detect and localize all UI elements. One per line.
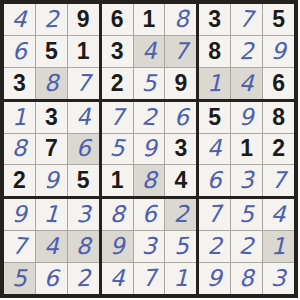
cell-r1c2[interactable]: 2	[36, 4, 67, 35]
cell-r6c5[interactable]: 8	[134, 165, 165, 196]
cell-r3c8[interactable]: 4	[231, 68, 262, 99]
cell-r7c6[interactable]: 2	[165, 199, 196, 230]
cell-r4c3[interactable]: 4	[68, 102, 99, 133]
cell-r9c9[interactable]: 3	[263, 263, 294, 294]
cell-r5c5[interactable]: 9	[134, 134, 165, 165]
cell-r1c9[interactable]: 5	[263, 4, 294, 35]
handwritten-digit: 7	[76, 72, 91, 95]
cell-r9c5[interactable]: 7	[134, 263, 165, 294]
cell-r3c5[interactable]: 5	[134, 68, 165, 99]
cell-r2c3[interactable]: 1	[68, 36, 99, 67]
cell-r2c1[interactable]: 6	[4, 36, 35, 67]
handwritten-digit: 6	[207, 169, 222, 192]
given-digit: 2	[272, 137, 285, 160]
handwritten-digit: 9	[44, 169, 59, 192]
box-5: 726593184	[102, 102, 197, 197]
handwritten-digit: 8	[173, 8, 189, 32]
cell-r2c2[interactable]: 5	[36, 36, 67, 67]
handwritten-digit: 4	[44, 235, 59, 258]
cell-r1c1[interactable]: 4	[4, 4, 35, 35]
cell-r1c4[interactable]: 6	[102, 4, 133, 35]
cell-r3c4[interactable]: 2	[102, 68, 133, 99]
cell-r4c8[interactable]: 9	[231, 102, 262, 133]
handwritten-digit: 8	[75, 235, 90, 258]
handwritten-digit: 7	[110, 106, 125, 129]
cell-r1c5[interactable]: 1	[134, 4, 165, 35]
cell-r4c1[interactable]: 1	[4, 102, 35, 133]
handwritten-digit: 7	[141, 267, 157, 291]
handwritten-digit: 6	[141, 203, 156, 226]
cell-r8c7[interactable]: 2	[199, 231, 230, 262]
cell-r7c3[interactable]: 3	[68, 199, 99, 230]
given-digit: 1	[111, 169, 124, 192]
handwritten-digit: 8	[44, 71, 59, 94]
cell-r5c9[interactable]: 2	[263, 134, 294, 165]
handwritten-digit: 5	[173, 235, 189, 259]
handwritten-digit: 2	[75, 267, 90, 290]
box-2: 618347259	[102, 4, 197, 99]
handwritten-digit: 5	[142, 72, 157, 95]
handwritten-digit: 1	[207, 72, 222, 95]
sudoku-board: 4296513876183472593758291461348762957265…	[0, 0, 298, 298]
handwritten-digit: 9	[109, 235, 124, 258]
cell-r4c6[interactable]: 6	[165, 102, 196, 133]
cell-r8c2[interactable]: 4	[36, 231, 67, 262]
handwritten-digit: 5	[239, 203, 254, 226]
cell-r8c3[interactable]: 8	[68, 231, 99, 262]
handwritten-digit: 7	[174, 40, 189, 63]
handwritten-digit: 7	[12, 235, 28, 259]
handwritten-digit: 2	[207, 235, 222, 258]
handwritten-digit: 1	[271, 235, 286, 258]
cell-r7c2[interactable]: 1	[36, 199, 67, 230]
cell-r1c6[interactable]: 8	[165, 4, 196, 35]
box-7: 913748562	[4, 199, 99, 294]
cell-r2c4[interactable]: 3	[102, 36, 133, 67]
cell-r2c6[interactable]: 7	[165, 36, 196, 67]
cell-r6c7[interactable]: 6	[199, 165, 230, 196]
cell-r6c1[interactable]: 2	[4, 165, 35, 196]
cell-r7c5[interactable]: 6	[134, 199, 165, 230]
cell-r8c1[interactable]: 7	[4, 231, 35, 262]
box-9: 754221983	[199, 199, 294, 294]
cell-r4c9[interactable]: 8	[263, 102, 294, 133]
cell-r2c8[interactable]: 2	[231, 36, 262, 67]
given-digit: 6	[111, 8, 124, 31]
handwritten-digit: 3	[76, 203, 91, 226]
handwritten-digit: 2	[239, 40, 254, 63]
cell-r4c2[interactable]: 3	[36, 102, 67, 133]
cell-r1c3[interactable]: 9	[68, 4, 99, 35]
box-4: 134876295	[4, 102, 99, 197]
cell-r4c7[interactable]: 5	[199, 102, 230, 133]
cell-r9c3[interactable]: 2	[68, 263, 99, 294]
handwritten-digit: 6	[44, 267, 59, 290]
cell-r7c4[interactable]: 8	[102, 199, 133, 230]
given-digit: 6	[272, 72, 285, 95]
cell-r7c7[interactable]: 7	[199, 199, 230, 230]
handwritten-digit: 1	[12, 105, 27, 128]
handwritten-digit: 1	[43, 203, 59, 227]
cell-r6c8[interactable]: 3	[231, 165, 262, 196]
handwritten-digit: 2	[239, 235, 255, 259]
handwritten-digit: 3	[141, 235, 156, 258]
handwritten-digit: 2	[44, 8, 59, 31]
cell-r2c9[interactable]: 9	[263, 36, 294, 67]
given-digit: 1	[143, 8, 156, 31]
handwritten-digit: 3	[271, 267, 286, 290]
handwritten-digit: 6	[12, 40, 27, 63]
cell-r6c9[interactable]: 7	[263, 165, 294, 196]
cell-r7c9[interactable]: 4	[263, 199, 294, 230]
given-digit: 3	[45, 106, 58, 129]
box-3: 375829146	[199, 4, 294, 99]
handwritten-digit: 3	[239, 169, 255, 193]
cell-r9c2[interactable]: 6	[36, 263, 67, 294]
cell-r6c3[interactable]: 5	[68, 165, 99, 196]
box-6: 598412637	[199, 102, 294, 197]
handwritten-digit: 4	[75, 105, 91, 129]
cell-r9c1[interactable]: 5	[4, 263, 35, 294]
handwritten-digit: 9	[141, 137, 156, 160]
cell-r5c6[interactable]: 3	[165, 134, 196, 165]
cell-r4c4[interactable]: 7	[102, 102, 133, 133]
handwritten-digit: 4	[110, 267, 125, 290]
given-digit: 5	[45, 40, 58, 63]
handwritten-digit: 9	[207, 267, 223, 291]
cell-r3c3[interactable]: 7	[68, 68, 99, 99]
handwritten-digit: 6	[76, 137, 91, 160]
handwritten-digit: 8	[12, 137, 27, 160]
given-digit: 7	[45, 137, 58, 160]
cell-r4c5[interactable]: 2	[134, 102, 165, 133]
given-digit: 3	[208, 8, 221, 31]
handwritten-digit: 9	[12, 203, 27, 226]
handwritten-digit: 5	[12, 267, 27, 290]
cell-r2c5[interactable]: 4	[134, 36, 165, 67]
cell-r5c7[interactable]: 4	[199, 134, 230, 165]
handwritten-digit: 7	[271, 169, 286, 192]
box-8: 862935471	[102, 199, 197, 294]
cell-r3c6[interactable]: 9	[165, 68, 196, 99]
given-digit: 9	[174, 72, 187, 95]
given-digit: 8	[208, 40, 221, 63]
cell-r3c9[interactable]: 6	[263, 68, 294, 99]
given-digit: 9	[77, 8, 90, 31]
given-digit: 5	[208, 106, 221, 129]
cell-r5c2[interactable]: 7	[36, 134, 67, 165]
given-digit: 2	[13, 169, 26, 192]
handwritten-digit: 4	[12, 8, 28, 32]
handwritten-digit: 9	[239, 105, 254, 128]
given-digit: 3	[174, 137, 187, 160]
cell-r5c1[interactable]: 8	[4, 134, 35, 165]
cell-r9c6[interactable]: 1	[165, 263, 196, 294]
cell-r6c4[interactable]: 1	[102, 165, 133, 196]
given-digit: 1	[77, 40, 90, 63]
cell-r8c4[interactable]: 9	[102, 231, 133, 262]
cell-r9c8[interactable]: 8	[231, 263, 262, 294]
handwritten-digit: 6	[173, 105, 188, 128]
cell-r3c1[interactable]: 3	[4, 68, 35, 99]
cell-r3c7[interactable]: 1	[199, 68, 230, 99]
cell-r5c4[interactable]: 5	[102, 134, 133, 165]
handwritten-digit: 2	[173, 203, 188, 226]
handwritten-digit: 7	[207, 203, 223, 227]
box-1: 429651387	[4, 4, 99, 99]
given-digit: 3	[111, 40, 124, 63]
cell-r3c2[interactable]: 8	[36, 68, 67, 99]
handwritten-digit: 2	[141, 105, 157, 129]
handwritten-digit: 8	[109, 203, 124, 226]
cell-r6c2[interactable]: 9	[36, 165, 67, 196]
cell-r1c8[interactable]: 7	[231, 4, 262, 35]
given-digit: 5	[77, 169, 90, 192]
handwritten-digit: 7	[239, 8, 255, 32]
given-digit: 4	[174, 169, 187, 192]
handwritten-digit: 4	[141, 39, 157, 63]
cell-r7c1[interactable]: 9	[4, 199, 35, 230]
cell-r8c5[interactable]: 3	[134, 231, 165, 262]
given-digit: 3	[13, 72, 26, 95]
cell-r2c7[interactable]: 8	[199, 36, 230, 67]
cell-r5c8[interactable]: 1	[231, 134, 262, 165]
handwritten-digit: 4	[271, 203, 287, 227]
given-digit: 2	[111, 72, 124, 95]
handwritten-digit: 9	[271, 40, 286, 63]
cell-r7c8[interactable]: 5	[231, 199, 262, 230]
cell-r6c6[interactable]: 4	[165, 165, 196, 196]
handwritten-digit: 8	[239, 267, 254, 290]
handwritten-digit: 5	[109, 137, 125, 161]
cell-r9c4[interactable]: 4	[102, 263, 133, 294]
handwritten-digit: 8	[141, 169, 156, 192]
handwritten-digit: 4	[207, 137, 222, 160]
handwritten-digit: 1	[174, 267, 189, 290]
handwritten-digit: 4	[239, 71, 254, 94]
given-digit: 1	[240, 137, 253, 160]
given-digit: 5	[272, 8, 285, 31]
cell-r9c7[interactable]: 9	[199, 263, 230, 294]
cell-r8c6[interactable]: 5	[165, 231, 196, 262]
cell-r8c9[interactable]: 1	[263, 231, 294, 262]
given-digit: 8	[272, 106, 285, 129]
cell-r5c3[interactable]: 6	[68, 134, 99, 165]
cell-r8c8[interactable]: 2	[231, 231, 262, 262]
cell-r1c7[interactable]: 3	[199, 4, 230, 35]
